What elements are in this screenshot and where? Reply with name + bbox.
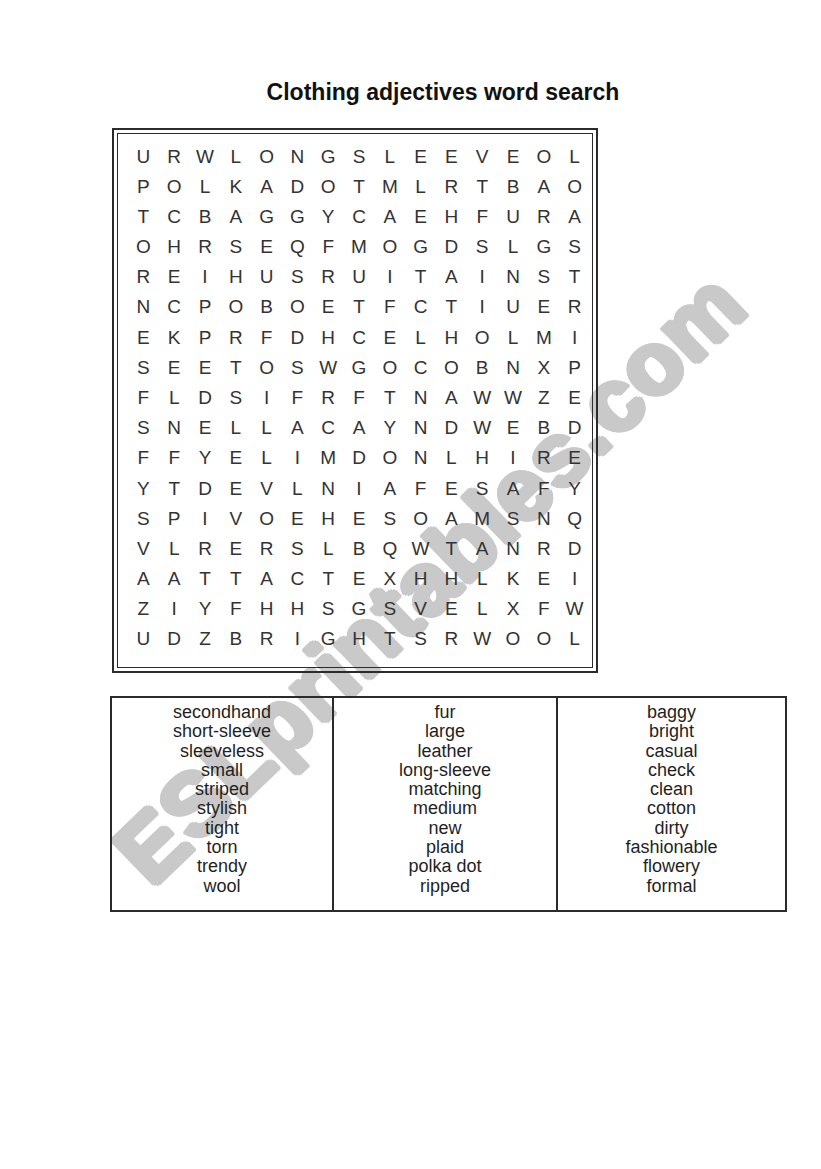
grid-cell[interactable]: B — [344, 533, 375, 563]
grid-cell[interactable]: S — [313, 594, 344, 624]
grid-cell[interactable]: A — [436, 503, 467, 533]
grid-cell[interactable]: R — [436, 171, 467, 201]
grid-cell[interactable]: T — [467, 171, 498, 201]
grid-cell[interactable]: H — [313, 322, 344, 352]
grid-cell[interactable]: R — [313, 262, 344, 292]
word-list-column: secondhandshort-sleevesleevelesssmallstr… — [112, 698, 332, 910]
grid-cell[interactable]: H — [159, 232, 190, 262]
grid-cell[interactable]: U — [128, 624, 159, 654]
grid-cell[interactable]: T — [436, 292, 467, 322]
grid-cell[interactable]: W — [498, 382, 529, 412]
grid-cell[interactable]: C — [405, 292, 436, 322]
grid-cell[interactable]: A — [374, 201, 405, 231]
worksheet-page: { "game": "word-search", "title": "Cloth… — [0, 0, 821, 1169]
grid-cell[interactable]: T — [374, 382, 405, 412]
grid-cell[interactable]: O — [467, 322, 498, 352]
grid-cell[interactable]: S — [498, 503, 529, 533]
grid-cell[interactable]: L — [220, 141, 251, 171]
grid-cell[interactable]: F — [128, 382, 159, 412]
grid-cell[interactable]: P — [559, 352, 590, 382]
grid-cell[interactable]: A — [528, 171, 559, 201]
grid-cell[interactable]: I — [559, 563, 590, 593]
grid-cell[interactable]: W — [313, 352, 344, 382]
word-list-item: flowery — [558, 857, 785, 876]
word-list-item: check — [558, 761, 785, 780]
grid-cell[interactable]: V — [405, 594, 436, 624]
grid-cell[interactable]: N — [498, 262, 529, 292]
grid-cell[interactable]: C — [282, 563, 313, 593]
grid-cell[interactable]: C — [405, 352, 436, 382]
grid-cell[interactable]: A — [251, 171, 282, 201]
word-list-item: new — [334, 819, 556, 838]
grid-cell[interactable]: F — [528, 594, 559, 624]
word-list-item: clean — [558, 780, 785, 799]
grid-cell[interactable]: O — [251, 503, 282, 533]
grid-cell[interactable]: I — [159, 594, 190, 624]
grid-cell[interactable]: O — [559, 171, 590, 201]
grid-cell[interactable]: R — [251, 624, 282, 654]
grid-cell[interactable]: R — [528, 443, 559, 473]
grid-cell[interactable]: S — [528, 262, 559, 292]
grid-cell[interactable]: D — [436, 413, 467, 443]
word-list-item: small — [112, 761, 332, 780]
grid-cell[interactable]: F — [282, 382, 313, 412]
grid-cell[interactable]: L — [190, 171, 221, 201]
grid-cell[interactable]: L — [220, 413, 251, 443]
grid-cell[interactable]: T — [313, 563, 344, 593]
word-list-item: plaid — [334, 838, 556, 857]
word-list-item: matching — [334, 780, 556, 799]
grid-cell[interactable]: I — [374, 262, 405, 292]
grid-cell[interactable]: A — [282, 413, 313, 443]
grid-cell[interactable]: H — [220, 262, 251, 292]
grid-cell[interactable]: L — [251, 413, 282, 443]
word-search-grid-inner: URWLONGSLEEVEOLPOLKADOTMLRTBAOTCBAGGYCAE… — [117, 133, 593, 668]
grid-cell[interactable]: N — [159, 413, 190, 443]
grid-cell[interactable]: E — [282, 503, 313, 533]
grid-cell[interactable]: R — [251, 533, 282, 563]
grid-cell[interactable]: C — [344, 322, 375, 352]
grid-cell[interactable]: H — [436, 201, 467, 231]
grid-cell[interactable]: E — [313, 292, 344, 322]
grid-cell[interactable]: F — [128, 443, 159, 473]
grid-cell[interactable]: Y — [559, 473, 590, 503]
grid-cell[interactable]: A — [251, 563, 282, 593]
grid-cell[interactable]: N — [498, 533, 529, 563]
grid-cell[interactable]: H — [436, 322, 467, 352]
grid-cell[interactable]: E — [190, 352, 221, 382]
grid-cell[interactable]: R — [559, 292, 590, 322]
grid-cell[interactable]: A — [559, 201, 590, 231]
word-list-item: large — [334, 722, 556, 741]
word-list-item: ripped — [334, 877, 556, 896]
grid-cell[interactable]: Y — [374, 413, 405, 443]
grid-cell[interactable]: B — [528, 413, 559, 443]
grid-cell[interactable]: S — [467, 473, 498, 503]
word-search-grid: URWLONGSLEEVEOLPOLKADOTMLRTBAOTCBAGGYCAE… — [112, 128, 598, 673]
grid-cell[interactable]: S — [282, 352, 313, 382]
grid-cell[interactable]: F — [251, 322, 282, 352]
grid-cell[interactable]: Y — [313, 201, 344, 231]
grid-cell[interactable]: O — [128, 232, 159, 262]
grid-cell[interactable]: R — [220, 322, 251, 352]
grid-cell[interactable]: U — [344, 262, 375, 292]
grid-cell[interactable]: Z — [190, 624, 221, 654]
grid-cell[interactable]: D — [282, 171, 313, 201]
word-list-item: tight — [112, 819, 332, 838]
grid-cell[interactable]: G — [282, 201, 313, 231]
grid-cell[interactable]: M — [374, 171, 405, 201]
grid-cell[interactable]: E — [528, 292, 559, 322]
grid-cell[interactable]: N — [405, 443, 436, 473]
grid-cell[interactable]: I — [344, 473, 375, 503]
grid-cell[interactable]: D — [344, 443, 375, 473]
grid-cell[interactable]: B — [220, 624, 251, 654]
grid-cell[interactable]: V — [467, 141, 498, 171]
grid-cell[interactable]: R — [159, 141, 190, 171]
grid-cell[interactable]: E — [436, 594, 467, 624]
grid-cell[interactable]: Z — [128, 594, 159, 624]
grid-cell[interactable]: L — [498, 232, 529, 262]
grid-cell[interactable]: F — [467, 201, 498, 231]
grid-cell[interactable]: O — [405, 503, 436, 533]
grid-cell[interactable]: R — [190, 533, 221, 563]
grid-cell[interactable]: E — [559, 443, 590, 473]
grid-cell[interactable]: V — [220, 503, 251, 533]
grid-cell[interactable]: W — [467, 413, 498, 443]
grid-cell[interactable]: T — [436, 533, 467, 563]
grid-cell[interactable]: S — [405, 624, 436, 654]
grid-cell[interactable]: S — [128, 413, 159, 443]
grid-cell[interactable]: A — [344, 413, 375, 443]
grid-cell[interactable]: M — [344, 232, 375, 262]
grid-cell[interactable]: E — [559, 382, 590, 412]
grid-cell[interactable]: P — [128, 171, 159, 201]
word-list-box: secondhandshort-sleevesleevelesssmallstr… — [110, 696, 787, 912]
grid-cell[interactable]: S — [282, 262, 313, 292]
grid-cell[interactable]: O — [498, 624, 529, 654]
grid-cell[interactable]: I — [251, 382, 282, 412]
grid-cell[interactable]: I — [467, 262, 498, 292]
grid-cell[interactable]: L — [405, 322, 436, 352]
grid-cell[interactable]: A — [374, 473, 405, 503]
grid-cell[interactable]: S — [220, 382, 251, 412]
grid-cell[interactable]: Z — [528, 382, 559, 412]
word-list-item: sleeveless — [112, 742, 332, 761]
grid-cell[interactable]: X — [374, 563, 405, 593]
grid-cell[interactable]: R — [528, 533, 559, 563]
grid-cell[interactable]: S — [374, 594, 405, 624]
grid-cell[interactable]: L — [467, 563, 498, 593]
grid-cell[interactable]: I — [467, 292, 498, 322]
grid-cell[interactable]: E — [405, 141, 436, 171]
grid-cell[interactable]: W — [190, 141, 221, 171]
grid-cell[interactable]: C — [159, 292, 190, 322]
grid-cell[interactable]: V — [251, 473, 282, 503]
grid-cell[interactable]: F — [528, 473, 559, 503]
grid-cell[interactable]: D — [190, 382, 221, 412]
word-list-item: striped — [112, 780, 332, 799]
word-list-item: formal — [558, 877, 785, 896]
grid-cell[interactable]: I — [190, 262, 221, 292]
grid-cell[interactable]: A — [467, 533, 498, 563]
grid-cell[interactable]: E — [344, 503, 375, 533]
grid-cell[interactable]: L — [282, 473, 313, 503]
word-list-item: short-sleeve — [112, 722, 332, 741]
grid-cell[interactable]: F — [405, 473, 436, 503]
grid-cell[interactable]: H — [282, 594, 313, 624]
grid-cell[interactable]: I — [282, 443, 313, 473]
grid-cell[interactable]: A — [436, 262, 467, 292]
grid-cell[interactable]: E — [159, 352, 190, 382]
grid-cell[interactable]: E — [128, 322, 159, 352]
word-list-item: leather — [334, 742, 556, 761]
grid-cell[interactable]: E — [251, 232, 282, 262]
grid-cell[interactable]: A — [128, 563, 159, 593]
grid-cell[interactable]: O — [159, 171, 190, 201]
grid-cell[interactable]: I — [190, 503, 221, 533]
grid-cell[interactable]: H — [344, 624, 375, 654]
grid-cell[interactable]: H — [405, 563, 436, 593]
grid-cell[interactable]: O — [528, 141, 559, 171]
grid-cell[interactable]: S — [128, 352, 159, 382]
grid-cell[interactable]: Q — [559, 503, 590, 533]
grid-cell[interactable]: W — [405, 533, 436, 563]
grid-cell[interactable]: L — [159, 533, 190, 563]
grid-cell[interactable]: N — [405, 382, 436, 412]
grid-cell[interactable]: R — [436, 624, 467, 654]
grid-cell[interactable]: M — [313, 443, 344, 473]
grid-cell[interactable]: V — [128, 533, 159, 563]
grid-cell[interactable]: S — [220, 232, 251, 262]
grid-cell[interactable]: L — [559, 624, 590, 654]
grid-cell[interactable]: T — [344, 171, 375, 201]
grid-cell[interactable]: R — [128, 262, 159, 292]
grid-cell[interactable]: H — [251, 594, 282, 624]
grid-cell[interactable]: T — [190, 563, 221, 593]
grid-cell[interactable]: G — [528, 232, 559, 262]
grid-cell[interactable]: Y — [128, 473, 159, 503]
grid-cell[interactable]: K — [159, 322, 190, 352]
grid-cell[interactable]: R — [528, 201, 559, 231]
grid-cell[interactable]: E — [220, 533, 251, 563]
grid-cell[interactable]: E — [220, 443, 251, 473]
grid-cell[interactable]: T — [344, 292, 375, 322]
grid-cell[interactable]: D — [190, 473, 221, 503]
grid-cell[interactable]: I — [282, 624, 313, 654]
grid-cell[interactable]: O — [251, 352, 282, 382]
grid-cell[interactable]: I — [559, 322, 590, 352]
word-list-item: secondhand — [112, 703, 332, 722]
grid-cell[interactable]: L — [498, 322, 529, 352]
grid-cell[interactable]: T — [220, 352, 251, 382]
grid-cell[interactable]: O — [528, 624, 559, 654]
grid-cell[interactable]: G — [405, 232, 436, 262]
grid-cell[interactable]: U — [128, 141, 159, 171]
grid-cell[interactable]: G — [313, 141, 344, 171]
word-list-item: dirty — [558, 819, 785, 838]
grid-cell[interactable]: K — [498, 563, 529, 593]
grid-cell[interactable]: T — [405, 262, 436, 292]
grid-cell[interactable]: E — [436, 141, 467, 171]
grid-cell[interactable]: W — [559, 594, 590, 624]
grid-cell[interactable]: O — [374, 352, 405, 382]
grid-cell[interactable]: O — [374, 232, 405, 262]
grid-cell[interactable]: E — [190, 413, 221, 443]
grid-cell[interactable]: M — [467, 503, 498, 533]
grid-cell[interactable]: U — [498, 201, 529, 231]
grid-cell[interactable]: T — [220, 563, 251, 593]
grid-cell[interactable]: S — [559, 232, 590, 262]
grid-cell[interactable]: F — [220, 594, 251, 624]
grid-cell[interactable]: O — [374, 443, 405, 473]
grid-cell[interactable]: F — [313, 232, 344, 262]
grid-cell[interactable]: L — [436, 443, 467, 473]
grid-cell[interactable]: S — [467, 232, 498, 262]
grid-cell[interactable]: T — [374, 624, 405, 654]
grid-cell[interactable]: L — [467, 594, 498, 624]
word-list-item: bright — [558, 722, 785, 741]
grid-cell[interactable]: E — [498, 413, 529, 443]
grid-cell[interactable]: L — [251, 443, 282, 473]
grid-cell[interactable]: H — [467, 443, 498, 473]
grid-cell[interactable]: M — [528, 322, 559, 352]
grid-cell[interactable]: S — [128, 503, 159, 533]
grid-cell[interactable]: L — [159, 382, 190, 412]
grid-cell[interactable]: L — [405, 171, 436, 201]
word-list-item: polka dot — [334, 857, 556, 876]
grid-cell[interactable]: B — [498, 171, 529, 201]
grid-cell[interactable]: P — [190, 292, 221, 322]
grid-cell[interactable]: F — [374, 292, 405, 322]
grid-cell[interactable]: U — [498, 292, 529, 322]
word-list-item: trendy — [112, 857, 332, 876]
grid-cell[interactable]: A — [436, 382, 467, 412]
word-list-item: baggy — [558, 703, 785, 722]
grid-cell[interactable]: D — [159, 624, 190, 654]
grid-cell[interactable]: G — [313, 624, 344, 654]
word-list-item: fur — [334, 703, 556, 722]
grid-cell[interactable]: L — [559, 141, 590, 171]
word-list-column: furlargeleatherlong-sleevematchingmedium… — [332, 698, 556, 910]
grid-cell[interactable]: W — [467, 382, 498, 412]
grid-cell[interactable]: G — [344, 352, 375, 382]
word-list-column: baggybrightcasualcheckcleancottondirtyfa… — [556, 698, 785, 910]
grid-cell[interactable]: E — [344, 563, 375, 593]
word-list-item: wool — [112, 877, 332, 896]
grid-cell[interactable]: S — [282, 533, 313, 563]
word-list-item: cotton — [558, 799, 785, 818]
grid-cell[interactable]: R — [190, 232, 221, 262]
grid-cell[interactable]: W — [467, 624, 498, 654]
word-list-item: fashionable — [558, 838, 785, 857]
grid-cell[interactable]: D — [559, 413, 590, 443]
grid-cell[interactable]: X — [528, 352, 559, 382]
grid-cell[interactable]: E — [528, 563, 559, 593]
grid-cell[interactable]: P — [159, 503, 190, 533]
word-list-item: medium — [334, 799, 556, 818]
grid-cell[interactable]: U — [251, 262, 282, 292]
grid-cell[interactable]: N — [282, 141, 313, 171]
grid-cell[interactable]: T — [128, 201, 159, 231]
grid-cell[interactable]: O — [220, 292, 251, 322]
word-list-item: stylish — [112, 799, 332, 818]
grid-cell[interactable]: Y — [190, 443, 221, 473]
grid-cell[interactable]: E — [405, 201, 436, 231]
grid-cell[interactable]: G — [251, 201, 282, 231]
grid-cell[interactable]: N — [528, 503, 559, 533]
grid-cell[interactable]: F — [344, 382, 375, 412]
grid-cell[interactable]: D — [436, 232, 467, 262]
grid-cell[interactable]: R — [313, 382, 344, 412]
puzzle-title: Clothing adjectives word search — [267, 79, 620, 106]
grid-cell[interactable]: A — [220, 201, 251, 231]
grid-cell[interactable]: T — [559, 262, 590, 292]
grid-cell[interactable]: Q — [374, 533, 405, 563]
grid-cell[interactable]: E — [159, 262, 190, 292]
grid-cell[interactable]: I — [498, 443, 529, 473]
grid-cell[interactable]: Y — [190, 594, 221, 624]
grid-cell[interactable]: N — [498, 352, 529, 382]
grid-cell[interactable]: B — [467, 352, 498, 382]
word-list-item: casual — [558, 742, 785, 761]
word-list-item: long-sleeve — [334, 761, 556, 780]
grid-cell[interactable]: C — [313, 413, 344, 443]
grid-cell[interactable]: D — [282, 322, 313, 352]
grid-cell[interactable]: A — [159, 563, 190, 593]
grid-cell[interactable]: B — [251, 292, 282, 322]
grid-cell[interactable]: C — [344, 201, 375, 231]
grid-cell[interactable]: S — [344, 141, 375, 171]
grid-cell[interactable]: N — [405, 413, 436, 443]
grid-cell[interactable]: G — [344, 594, 375, 624]
grid-cell[interactable]: T — [159, 473, 190, 503]
grid-cell[interactable]: H — [313, 503, 344, 533]
grid-cell[interactable]: Q — [282, 232, 313, 262]
grid-cell[interactable]: N — [128, 292, 159, 322]
grid-cell[interactable]: S — [374, 503, 405, 533]
grid-cell[interactable]: O — [251, 141, 282, 171]
grid-cell[interactable]: O — [282, 292, 313, 322]
grid-cell[interactable]: D — [559, 533, 590, 563]
grid-cell[interactable]: A — [498, 473, 529, 503]
grid-cell[interactable]: B — [190, 201, 221, 231]
grid-cell[interactable]: N — [313, 473, 344, 503]
word-list-item: torn — [112, 838, 332, 857]
grid-cell[interactable]: E — [498, 141, 529, 171]
grid-cell[interactable]: O — [313, 171, 344, 201]
grid-cell[interactable]: F — [159, 443, 190, 473]
grid-cell[interactable]: L — [313, 533, 344, 563]
grid-cell[interactable]: E — [374, 322, 405, 352]
grid-cell[interactable]: X — [498, 594, 529, 624]
grid-cell[interactable]: K — [220, 171, 251, 201]
grid-cell[interactable]: L — [374, 141, 405, 171]
grid-cell[interactable]: P — [190, 322, 221, 352]
grid-cell[interactable]: E — [436, 473, 467, 503]
grid-cell[interactable]: C — [159, 201, 190, 231]
grid-cell[interactable]: E — [220, 473, 251, 503]
grid-cell[interactable]: H — [436, 563, 467, 593]
grid-cell[interactable]: O — [436, 352, 467, 382]
